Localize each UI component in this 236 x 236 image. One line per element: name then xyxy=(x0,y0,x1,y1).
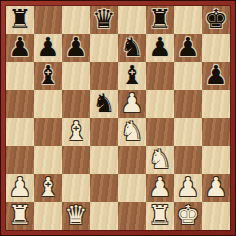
black-pawn: ♟ xyxy=(8,34,31,60)
black-pawn: ♟ xyxy=(64,34,87,60)
black-bishop: ♝ xyxy=(36,62,59,88)
square-h1[interactable] xyxy=(202,202,230,230)
square-f1[interactable]: ♜ xyxy=(146,202,174,230)
square-e2[interactable] xyxy=(118,174,146,202)
square-f7[interactable]: ♟ xyxy=(146,34,174,62)
square-d4[interactable] xyxy=(90,118,118,146)
square-g3[interactable] xyxy=(174,146,202,174)
square-g1[interactable]: ♚ xyxy=(174,202,202,230)
square-b5[interactable] xyxy=(34,90,62,118)
square-h2[interactable]: ♟ xyxy=(202,174,230,202)
square-f8[interactable]: ♜ xyxy=(146,6,174,34)
square-a4[interactable] xyxy=(6,118,34,146)
black-knight: ♞ xyxy=(92,90,115,116)
board-frame: ♜♛♜♚♟♟♟♞♟♟♝♝♟♞♟♝♞♞♟♝♟♟♟♜♛♜♚ xyxy=(0,0,236,236)
black-king: ♚ xyxy=(204,6,227,32)
square-b6[interactable]: ♝ xyxy=(34,62,62,90)
square-c6[interactable] xyxy=(62,62,90,90)
square-c2[interactable] xyxy=(62,174,90,202)
square-d7[interactable] xyxy=(90,34,118,62)
black-queen: ♛ xyxy=(92,6,115,32)
square-h7[interactable] xyxy=(202,34,230,62)
square-b8[interactable] xyxy=(34,6,62,34)
square-g6[interactable] xyxy=(174,62,202,90)
square-g8[interactable] xyxy=(174,6,202,34)
square-e4[interactable]: ♞ xyxy=(118,118,146,146)
white-bishop: ♝ xyxy=(64,118,87,144)
black-rook: ♜ xyxy=(148,6,171,32)
square-a8[interactable]: ♜ xyxy=(6,6,34,34)
square-b3[interactable] xyxy=(34,146,62,174)
white-queen: ♛ xyxy=(64,202,87,228)
square-e3[interactable] xyxy=(118,146,146,174)
square-d2[interactable] xyxy=(90,174,118,202)
square-a2[interactable]: ♟ xyxy=(6,174,34,202)
black-knight: ♞ xyxy=(120,34,143,60)
square-f2[interactable]: ♟ xyxy=(146,174,174,202)
square-h5[interactable] xyxy=(202,90,230,118)
square-e1[interactable] xyxy=(118,202,146,230)
square-c8[interactable] xyxy=(62,6,90,34)
square-g7[interactable]: ♟ xyxy=(174,34,202,62)
white-pawn: ♟ xyxy=(8,174,31,200)
white-rook: ♜ xyxy=(8,202,31,228)
white-king: ♚ xyxy=(176,202,199,228)
square-g5[interactable] xyxy=(174,90,202,118)
square-c4[interactable]: ♝ xyxy=(62,118,90,146)
black-pawn: ♟ xyxy=(148,34,171,60)
square-c5[interactable] xyxy=(62,90,90,118)
black-pawn: ♟ xyxy=(176,34,199,60)
square-c1[interactable]: ♛ xyxy=(62,202,90,230)
square-e8[interactable] xyxy=(118,6,146,34)
square-g2[interactable]: ♟ xyxy=(174,174,202,202)
square-f5[interactable] xyxy=(146,90,174,118)
square-g4[interactable] xyxy=(174,118,202,146)
square-e5[interactable]: ♟ xyxy=(118,90,146,118)
white-pawn: ♟ xyxy=(204,174,227,200)
square-h8[interactable]: ♚ xyxy=(202,6,230,34)
square-a7[interactable]: ♟ xyxy=(6,34,34,62)
square-h4[interactable] xyxy=(202,118,230,146)
square-d8[interactable]: ♛ xyxy=(90,6,118,34)
square-c3[interactable] xyxy=(62,146,90,174)
square-h6[interactable]: ♟ xyxy=(202,62,230,90)
square-a5[interactable] xyxy=(6,90,34,118)
square-f6[interactable] xyxy=(146,62,174,90)
square-h3[interactable] xyxy=(202,146,230,174)
black-rook: ♜ xyxy=(8,6,31,32)
black-bishop: ♝ xyxy=(120,62,143,88)
black-pawn: ♟ xyxy=(204,62,227,88)
square-f4[interactable] xyxy=(146,118,174,146)
square-e6[interactable]: ♝ xyxy=(118,62,146,90)
square-b7[interactable]: ♟ xyxy=(34,34,62,62)
square-d5[interactable]: ♞ xyxy=(90,90,118,118)
white-rook: ♜ xyxy=(148,202,171,228)
white-pawn: ♟ xyxy=(120,90,143,116)
square-b4[interactable] xyxy=(34,118,62,146)
square-f3[interactable]: ♞ xyxy=(146,146,174,174)
white-knight: ♞ xyxy=(148,146,171,172)
chess-board: ♜♛♜♚♟♟♟♞♟♟♝♝♟♞♟♝♞♞♟♝♟♟♟♜♛♜♚ xyxy=(6,6,230,230)
white-bishop: ♝ xyxy=(36,174,59,200)
black-pawn: ♟ xyxy=(36,34,59,60)
square-b1[interactable] xyxy=(34,202,62,230)
white-knight: ♞ xyxy=(120,118,143,144)
square-d3[interactable] xyxy=(90,146,118,174)
white-pawn: ♟ xyxy=(176,174,199,200)
square-a1[interactable]: ♜ xyxy=(6,202,34,230)
square-b2[interactable]: ♝ xyxy=(34,174,62,202)
square-a3[interactable] xyxy=(6,146,34,174)
square-d6[interactable] xyxy=(90,62,118,90)
square-c7[interactable]: ♟ xyxy=(62,34,90,62)
white-pawn: ♟ xyxy=(148,174,171,200)
square-a6[interactable] xyxy=(6,62,34,90)
square-d1[interactable] xyxy=(90,202,118,230)
square-e7[interactable]: ♞ xyxy=(118,34,146,62)
